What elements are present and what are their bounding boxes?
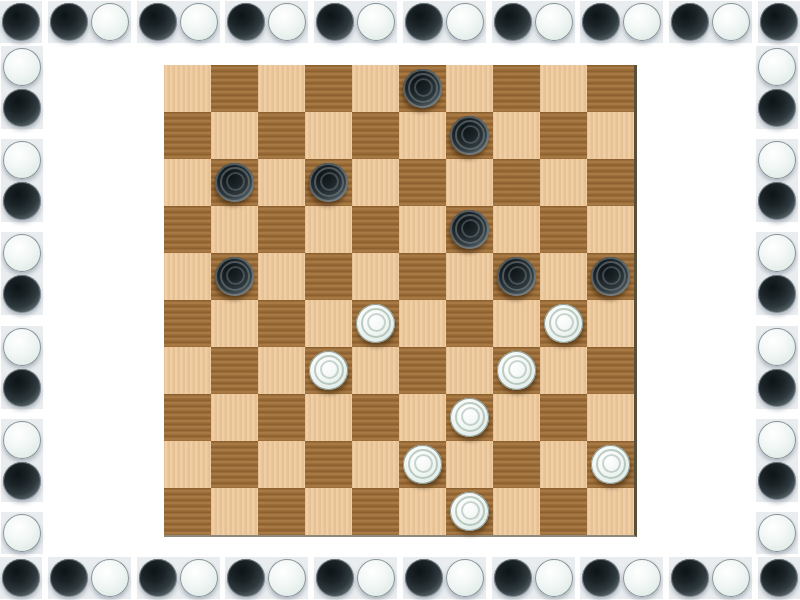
border-checker-white — [268, 559, 306, 597]
piece-ring-groove — [414, 454, 433, 473]
board-light-square — [493, 300, 540, 347]
board-light-square — [446, 159, 493, 206]
board-light-square — [540, 159, 587, 206]
piece-ring-groove — [220, 261, 250, 291]
border-checker-white — [758, 514, 796, 552]
board-square-1[interactable] — [211, 65, 258, 112]
black-man-square-21[interactable] — [215, 257, 254, 296]
board-light-square — [493, 488, 540, 535]
border-piece-tile — [48, 1, 131, 43]
border-checker-white — [758, 234, 796, 272]
piece-ring-groove — [461, 501, 480, 520]
decorative-border-left — [1, 46, 43, 554]
border-checker-white — [180, 3, 218, 41]
border-checker-white — [758, 328, 796, 366]
board-light-square — [164, 347, 211, 394]
border-piece-tile — [1, 419, 43, 502]
board-square-27[interactable] — [258, 300, 305, 347]
black-man-square-3[interactable] — [403, 69, 442, 108]
border-checker-black — [139, 3, 177, 41]
border-piece-tile — [492, 1, 575, 43]
board-light-square — [258, 253, 305, 300]
border-checker-black — [494, 559, 532, 597]
board-light-square — [305, 394, 352, 441]
board-square-6[interactable] — [164, 112, 211, 159]
board-light-square — [211, 300, 258, 347]
border-piece-tile — [314, 1, 397, 43]
border-checker-white — [91, 559, 129, 597]
border-piece-tile — [492, 557, 575, 599]
border-checker-black — [758, 182, 796, 220]
board-square-29[interactable] — [446, 300, 493, 347]
piece-ring-groove — [408, 73, 438, 103]
board-light-square — [540, 253, 587, 300]
piece-ring-groove — [461, 219, 480, 238]
board-square-46[interactable] — [164, 488, 211, 535]
white-man-square-49[interactable] — [450, 492, 489, 531]
board-square-31[interactable] — [211, 347, 258, 394]
border-piece-tile — [756, 419, 798, 502]
white-man-square-28[interactable] — [356, 304, 395, 343]
piece-ring-groove — [555, 313, 574, 332]
board-light-square — [211, 394, 258, 441]
board-light-square — [164, 159, 211, 206]
piece-ring-groove — [602, 266, 621, 285]
piece-ring-groove — [461, 407, 480, 426]
board-light-square — [352, 65, 399, 112]
board-light-square — [493, 394, 540, 441]
border-piece-tile — [1, 326, 43, 409]
piece-ring-groove — [602, 454, 621, 473]
board-square-25[interactable] — [587, 253, 634, 300]
board-square-14[interactable] — [493, 159, 540, 206]
board-light-square — [352, 159, 399, 206]
border-piece-tile — [225, 1, 308, 43]
board-light-square — [540, 347, 587, 394]
border-checker-black — [582, 559, 620, 597]
piece-ring-groove — [314, 355, 344, 385]
board-square-8[interactable] — [352, 112, 399, 159]
border-checker-black — [3, 275, 41, 313]
border-checker-white — [758, 48, 796, 86]
board-light-square — [446, 441, 493, 488]
piece-ring-groove — [220, 167, 250, 197]
piece-ring-groove — [549, 308, 579, 338]
board-square-42[interactable] — [305, 441, 352, 488]
border-checker-white — [357, 559, 395, 597]
piece-ring-groove — [414, 78, 433, 97]
border-checker-black — [3, 182, 41, 220]
white-man-square-34[interactable] — [497, 351, 536, 390]
border-checker-white — [712, 3, 750, 41]
board-square-19[interactable] — [446, 206, 493, 253]
white-man-square-45[interactable] — [591, 445, 630, 484]
border-piece-tile — [1, 512, 43, 554]
border-checker-black — [3, 462, 41, 500]
piece-ring-groove — [367, 313, 386, 332]
board-light-square — [446, 65, 493, 112]
piece-ring-groove — [320, 172, 339, 191]
border-piece-tile — [669, 1, 752, 43]
board-light-square — [493, 206, 540, 253]
board-square-18[interactable] — [352, 206, 399, 253]
board-square-34[interactable] — [493, 347, 540, 394]
border-piece-tile — [1, 46, 43, 129]
border-checker-white — [446, 559, 484, 597]
board-square-11[interactable] — [211, 159, 258, 206]
white-man-square-32[interactable] — [309, 351, 348, 390]
board-square-50[interactable] — [540, 488, 587, 535]
board-square-49[interactable] — [446, 488, 493, 535]
border-checker-white — [446, 3, 484, 41]
board-square-9[interactable] — [446, 112, 493, 159]
piece-ring-groove — [408, 449, 438, 479]
border-piece-tile — [0, 557, 42, 599]
border-checker-black — [758, 89, 796, 127]
border-piece-tile — [580, 1, 663, 43]
piece-ring-groove — [502, 355, 532, 385]
board-light-square — [399, 488, 446, 535]
board-square-17[interactable] — [258, 206, 305, 253]
border-checker-white — [3, 514, 41, 552]
piece-ring-groove — [461, 125, 480, 144]
black-man-square-9[interactable] — [450, 116, 489, 155]
piece-ring-groove — [455, 214, 485, 244]
border-checker-black — [50, 559, 88, 597]
border-piece-tile — [1, 139, 43, 222]
board-light-square — [399, 394, 446, 441]
border-piece-tile — [314, 557, 397, 599]
border-checker-black — [405, 3, 443, 41]
board-square-37[interactable] — [258, 394, 305, 441]
board-light-square — [399, 300, 446, 347]
border-piece-tile — [403, 1, 486, 43]
board-light-square — [540, 65, 587, 112]
decorative-border-right — [756, 46, 798, 554]
board-square-45[interactable] — [587, 441, 634, 488]
board-square-10[interactable] — [540, 112, 587, 159]
board-square-44[interactable] — [493, 441, 540, 488]
board-square-41[interactable] — [211, 441, 258, 488]
board-square-12[interactable] — [305, 159, 352, 206]
board-square-40[interactable] — [540, 394, 587, 441]
border-piece-tile — [756, 512, 798, 554]
border-checker-black — [760, 3, 798, 41]
border-checker-white — [3, 141, 41, 179]
border-checker-white — [91, 3, 129, 41]
border-checker-white — [535, 3, 573, 41]
piece-ring-groove — [455, 402, 485, 432]
border-checker-black — [3, 89, 41, 127]
piece-ring-groove — [361, 308, 391, 338]
border-checker-white — [3, 48, 41, 86]
board-light-square — [493, 112, 540, 159]
board-light-square — [446, 253, 493, 300]
board-square-38[interactable] — [352, 394, 399, 441]
board-light-square — [305, 112, 352, 159]
board-light-square — [258, 441, 305, 488]
board-square-43[interactable] — [399, 441, 446, 488]
border-checker-white — [3, 234, 41, 272]
piece-ring-groove — [508, 360, 527, 379]
border-piece-tile — [225, 557, 308, 599]
border-checker-black — [139, 559, 177, 597]
border-checker-white — [180, 559, 218, 597]
board-light-square — [164, 65, 211, 112]
border-piece-tile — [137, 557, 220, 599]
border-checker-black — [316, 3, 354, 41]
board-light-square — [258, 65, 305, 112]
border-checker-black — [671, 559, 709, 597]
border-checker-black — [758, 275, 796, 313]
border-checker-white — [623, 559, 661, 597]
border-checker-white — [3, 328, 41, 366]
border-checker-white — [758, 421, 796, 459]
black-man-square-19[interactable] — [450, 210, 489, 249]
piece-ring-groove — [320, 360, 339, 379]
board-square-3[interactable] — [399, 65, 446, 112]
border-piece-tile — [137, 1, 220, 43]
border-checker-black — [758, 462, 796, 500]
piece-ring-groove — [455, 120, 485, 150]
board-square-7[interactable] — [258, 112, 305, 159]
board-light-square — [587, 300, 634, 347]
border-checker-black — [758, 369, 796, 407]
border-checker-black — [405, 559, 443, 597]
border-checker-black — [227, 559, 265, 597]
border-checker-black — [671, 3, 709, 41]
black-man-square-11[interactable] — [215, 163, 254, 202]
board-light-square — [305, 300, 352, 347]
white-man-square-43[interactable] — [403, 445, 442, 484]
border-checker-black — [2, 3, 40, 41]
border-checker-black — [316, 559, 354, 597]
border-checker-white — [268, 3, 306, 41]
board-light-square — [211, 206, 258, 253]
board-light-square — [305, 206, 352, 253]
board-light-square — [211, 488, 258, 535]
board-light-square — [399, 206, 446, 253]
board-square-16[interactable] — [164, 206, 211, 253]
board-square-30[interactable] — [540, 300, 587, 347]
border-piece-tile — [756, 232, 798, 315]
border-piece-tile — [758, 557, 800, 599]
board-light-square — [258, 347, 305, 394]
board-square-48[interactable] — [352, 488, 399, 535]
piece-ring-groove — [314, 167, 344, 197]
board-square-32[interactable] — [305, 347, 352, 394]
piece-ring-groove — [508, 266, 527, 285]
white-man-square-30[interactable] — [544, 304, 583, 343]
border-piece-tile — [48, 557, 131, 599]
black-man-square-25[interactable] — [591, 257, 630, 296]
border-piece-tile — [756, 139, 798, 222]
black-man-square-24[interactable] — [497, 257, 536, 296]
piece-ring-groove — [502, 261, 532, 291]
board-square-33[interactable] — [399, 347, 446, 394]
border-checker-black — [494, 3, 532, 41]
border-piece-tile — [580, 557, 663, 599]
checkers-board — [164, 65, 637, 537]
board-light-square — [352, 347, 399, 394]
piece-ring-groove — [226, 172, 245, 191]
board-light-square — [587, 394, 634, 441]
board-square-47[interactable] — [258, 488, 305, 535]
border-checker-black — [2, 559, 40, 597]
board-light-square — [587, 488, 634, 535]
border-piece-tile — [669, 557, 752, 599]
border-piece-tile — [756, 326, 798, 409]
border-piece-tile — [0, 1, 42, 43]
border-checker-black — [3, 369, 41, 407]
board-square-36[interactable] — [164, 394, 211, 441]
border-checker-white — [623, 3, 661, 41]
board-square-24[interactable] — [493, 253, 540, 300]
board-square-5[interactable] — [587, 65, 634, 112]
black-man-square-12[interactable] — [309, 163, 348, 202]
board-square-28[interactable] — [352, 300, 399, 347]
board-light-square — [164, 441, 211, 488]
piece-ring-groove — [226, 266, 245, 285]
border-checker-black — [582, 3, 620, 41]
decorative-border-top — [0, 1, 800, 43]
white-man-square-39[interactable] — [450, 398, 489, 437]
board-square-35[interactable] — [587, 347, 634, 394]
border-checker-white — [535, 559, 573, 597]
border-checker-white — [758, 141, 796, 179]
border-checker-black — [227, 3, 265, 41]
border-piece-tile — [756, 46, 798, 129]
board-light-square — [399, 112, 446, 159]
board-square-2[interactable] — [305, 65, 352, 112]
board-square-23[interactable] — [399, 253, 446, 300]
border-piece-tile — [758, 1, 800, 43]
border-checker-white — [357, 3, 395, 41]
piece-ring-groove — [596, 261, 626, 291]
board-light-square — [305, 488, 352, 535]
board-light-square — [352, 253, 399, 300]
board-light-square — [258, 159, 305, 206]
decorative-border-bottom — [0, 557, 800, 599]
piece-ring-groove — [596, 449, 626, 479]
board-square-13[interactable] — [399, 159, 446, 206]
border-checker-black — [50, 3, 88, 41]
board-light-square — [446, 347, 493, 394]
board-square-22[interactable] — [305, 253, 352, 300]
board-square-26[interactable] — [164, 300, 211, 347]
board-square-21[interactable] — [211, 253, 258, 300]
piece-ring-groove — [455, 496, 485, 526]
board-light-square — [164, 253, 211, 300]
board-light-square — [540, 441, 587, 488]
board-light-square — [587, 112, 634, 159]
board-square-15[interactable] — [587, 159, 634, 206]
board-square-4[interactable] — [493, 65, 540, 112]
border-checker-white — [712, 559, 750, 597]
board-square-20[interactable] — [540, 206, 587, 253]
border-piece-tile — [403, 557, 486, 599]
border-checker-white — [3, 421, 41, 459]
board-light-square — [587, 206, 634, 253]
border-piece-tile — [1, 232, 43, 315]
board-light-square — [352, 441, 399, 488]
border-checker-black — [760, 559, 798, 597]
board-square-39[interactable] — [446, 394, 493, 441]
board-light-square — [211, 112, 258, 159]
checkers-app-window — [0, 0, 800, 600]
